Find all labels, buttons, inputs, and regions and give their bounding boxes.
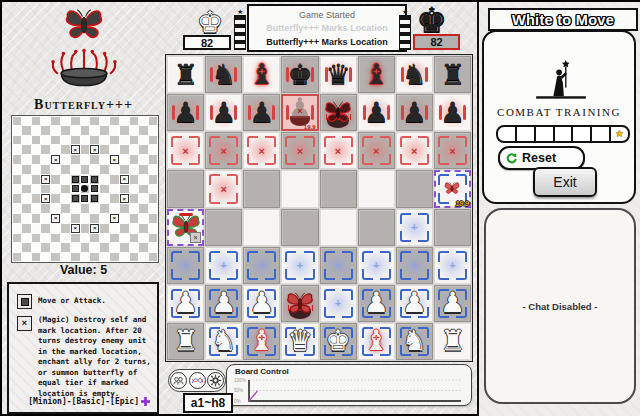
blue-bracket-corner bbox=[418, 231, 429, 242]
mini-cell bbox=[13, 185, 21, 193]
mini-cell bbox=[81, 234, 89, 242]
square-g2[interactable]: ♟ bbox=[396, 285, 433, 322]
square-c4[interactable] bbox=[243, 209, 280, 246]
square-e6[interactable]: × bbox=[320, 132, 357, 169]
square-h4[interactable] bbox=[434, 209, 471, 246]
mini-cell bbox=[130, 204, 138, 212]
mini-cell bbox=[41, 136, 50, 144]
square-g6[interactable]: × bbox=[396, 132, 433, 169]
mini-cell bbox=[139, 155, 147, 164]
blue-bracket-corner bbox=[304, 269, 315, 280]
square-e2[interactable]: + bbox=[320, 285, 357, 322]
mini-cell bbox=[90, 253, 99, 261]
mini-cell bbox=[51, 117, 60, 125]
square-c6[interactable]: × bbox=[243, 132, 280, 169]
square-b5[interactable]: × bbox=[205, 170, 242, 207]
chat-panel: - Chat Disabled - bbox=[484, 208, 636, 404]
mini-cell bbox=[22, 243, 30, 251]
square-a1[interactable]: ♜ bbox=[167, 323, 204, 360]
blue-bracket-corner bbox=[362, 251, 373, 262]
square-a2[interactable]: ♟ bbox=[167, 285, 204, 322]
mini-cell bbox=[51, 234, 60, 242]
square-e3[interactable]: + bbox=[320, 247, 357, 284]
mini-cell bbox=[81, 155, 89, 164]
mini-cell bbox=[120, 155, 129, 164]
white-clock-king-icon: ♚ bbox=[197, 8, 223, 37]
blue-bracket-corner bbox=[265, 251, 276, 262]
mini-cell bbox=[110, 117, 119, 125]
mini-cell: × bbox=[110, 214, 119, 223]
mini-cell bbox=[149, 126, 157, 134]
white-pawn: ♟ bbox=[358, 285, 395, 322]
mini-cell bbox=[32, 136, 40, 144]
red-bracket-corner bbox=[362, 136, 373, 147]
blue-bracket-corner bbox=[362, 269, 373, 280]
mini-cell bbox=[149, 145, 157, 154]
ally-coverage-plus: + bbox=[281, 247, 318, 284]
board-toolbar bbox=[168, 369, 226, 392]
square-f1[interactable]: ♝ bbox=[358, 323, 395, 360]
square-c3[interactable]: + bbox=[243, 247, 280, 284]
black-army-tower bbox=[399, 15, 411, 50]
mini-cell bbox=[90, 117, 99, 125]
gear-icon bbox=[209, 374, 222, 387]
mini-cell bbox=[22, 165, 30, 173]
mini-cell bbox=[41, 234, 50, 242]
square-h7[interactable]: ♟ bbox=[434, 94, 471, 131]
mini-cell bbox=[120, 117, 129, 125]
mini-cell bbox=[61, 253, 69, 261]
square-b2[interactable]: ♟ bbox=[205, 285, 242, 322]
mini-cell: × bbox=[51, 214, 60, 223]
square-f8[interactable]: ♝ bbox=[358, 56, 395, 93]
white-butterfly-piece bbox=[285, 290, 315, 316]
mini-cell bbox=[51, 185, 60, 193]
mini-cell bbox=[51, 136, 60, 144]
mini-cell bbox=[139, 175, 147, 184]
mini-cell: × bbox=[120, 175, 129, 184]
defend-bar bbox=[463, 105, 466, 120]
tier-line: [Minion]-[Basic]-[Epic] bbox=[28, 397, 150, 406]
blue-bracket-corner bbox=[400, 231, 411, 242]
mini-cell bbox=[110, 243, 119, 251]
chat-disabled-label: - Chat Disabled - bbox=[523, 301, 598, 312]
blue-bracket-corner bbox=[438, 269, 449, 280]
mini-cell bbox=[149, 117, 157, 125]
mini-cell bbox=[81, 185, 89, 193]
red-bracket-corner bbox=[227, 136, 238, 147]
square-a5[interactable] bbox=[167, 170, 204, 207]
mini-cell bbox=[81, 243, 89, 251]
mini-cell: × bbox=[110, 155, 119, 164]
mini-cell bbox=[110, 224, 119, 233]
settings-button[interactable] bbox=[207, 372, 224, 389]
players-button[interactable] bbox=[170, 372, 187, 389]
defend-bar bbox=[401, 105, 404, 120]
blue-bracket-corner bbox=[438, 251, 449, 262]
mini-cell bbox=[22, 185, 30, 193]
red-bracket-corner bbox=[227, 193, 238, 204]
mini-cell bbox=[13, 175, 21, 184]
mini-cell bbox=[13, 204, 21, 212]
red-bracket-corner bbox=[400, 154, 411, 165]
mini-cell bbox=[22, 126, 30, 134]
mini-cell bbox=[22, 234, 30, 242]
mini-cell bbox=[32, 117, 40, 125]
mini-cell bbox=[13, 145, 21, 154]
black-clock-king-icon: ♚ bbox=[416, 3, 447, 38]
square-d3[interactable]: + bbox=[281, 247, 318, 284]
square-g4[interactable]: + bbox=[396, 209, 433, 246]
mini-cell bbox=[71, 165, 80, 173]
square-f5[interactable] bbox=[358, 170, 395, 207]
mini-cell bbox=[51, 126, 60, 134]
mini-cell bbox=[90, 136, 99, 144]
blue-bracket-corner bbox=[247, 251, 258, 262]
mini-cell bbox=[71, 117, 80, 125]
mini-cell bbox=[139, 185, 147, 193]
mini-cell bbox=[149, 194, 157, 203]
mini-cell bbox=[110, 126, 119, 134]
white-pawn: ♟ bbox=[167, 285, 204, 322]
mini-cell bbox=[130, 253, 138, 261]
blue-bracket-corner bbox=[342, 269, 353, 280]
mini-cell: × bbox=[41, 194, 50, 203]
mini-cell bbox=[100, 145, 108, 154]
square-f6[interactable]: × bbox=[358, 132, 395, 169]
butterfly-portrait-icon bbox=[57, 6, 111, 42]
progress-cell bbox=[517, 127, 536, 141]
square-a4[interactable]: × bbox=[167, 209, 204, 246]
square-f4[interactable] bbox=[358, 209, 395, 246]
mini-cell bbox=[149, 136, 157, 144]
mini-cell bbox=[81, 224, 89, 233]
square-d8[interactable]: ♚ bbox=[281, 56, 318, 93]
square-c1[interactable]: ♝ bbox=[243, 323, 280, 360]
square-h6[interactable]: × bbox=[434, 132, 471, 169]
mini-cell bbox=[139, 136, 147, 144]
mini-cell: × bbox=[41, 175, 50, 184]
white-fire-piece: ♝ bbox=[358, 323, 395, 360]
mini-cell bbox=[139, 165, 147, 173]
black-tower-star-icon: ★ bbox=[402, 8, 408, 15]
move-legend-text: Move or Attack. bbox=[38, 296, 156, 307]
white-butterfly-piece bbox=[444, 181, 461, 195]
mini-cell bbox=[61, 145, 69, 154]
mini-cell bbox=[149, 214, 157, 223]
square-e5[interactable] bbox=[320, 170, 357, 207]
defend-bar bbox=[425, 105, 428, 120]
ally-coverage-plus: + bbox=[320, 247, 357, 284]
red-bracket-corner bbox=[324, 154, 335, 165]
mini-cell bbox=[110, 175, 119, 184]
mini-cell: × bbox=[120, 194, 129, 203]
ally-coverage-plus: + bbox=[396, 209, 433, 246]
mini-cell bbox=[90, 204, 99, 212]
red-bracket-corner bbox=[247, 136, 258, 147]
blue-bracket-corner bbox=[456, 251, 467, 262]
mini-cell bbox=[61, 194, 69, 203]
blue-bracket-corner bbox=[285, 269, 296, 280]
square-a3[interactable]: + bbox=[167, 247, 204, 284]
progress-cell bbox=[555, 127, 574, 141]
mini-cell bbox=[51, 165, 60, 173]
square-d7[interactable]: ×19.9♟ bbox=[281, 94, 318, 131]
defend-bar bbox=[401, 67, 404, 82]
white-pawn: ♟ bbox=[243, 285, 280, 322]
blue-bracket-corner bbox=[189, 269, 200, 280]
square-d5[interactable] bbox=[281, 170, 318, 207]
mini-cell bbox=[120, 224, 129, 233]
square-e1[interactable]: ♚ bbox=[320, 323, 357, 360]
mini-cell bbox=[81, 253, 89, 261]
mini-cell bbox=[120, 165, 129, 173]
mark-countdown: 19.9 bbox=[455, 200, 469, 207]
square-e7[interactable] bbox=[320, 94, 357, 131]
mini-cell bbox=[120, 126, 129, 134]
mini-cell bbox=[71, 253, 80, 261]
mini-cell bbox=[139, 234, 147, 242]
ally-coverage-plus: + bbox=[396, 247, 433, 284]
mini-cell bbox=[13, 214, 21, 223]
square-c5[interactable] bbox=[243, 170, 280, 207]
log-line: Butterfly+++ Marks Location bbox=[249, 37, 405, 47]
mini-cell bbox=[120, 145, 129, 154]
mini-cell bbox=[41, 165, 50, 173]
square-f2[interactable]: ♟ bbox=[358, 285, 395, 322]
blue-bracket-corner bbox=[324, 251, 335, 262]
training-progress-bar: ★ bbox=[496, 125, 630, 143]
red-bracket-corner bbox=[171, 154, 182, 165]
mini-cell bbox=[32, 204, 40, 212]
mini-cell bbox=[130, 214, 138, 223]
red-bracket-corner bbox=[227, 174, 238, 185]
square-d6[interactable]: × bbox=[281, 132, 318, 169]
blue-bracket-corner bbox=[456, 269, 467, 280]
square-c8[interactable]: ♝ bbox=[243, 56, 280, 93]
blue-bracket-corner bbox=[400, 251, 411, 262]
red-bracket-corner bbox=[418, 136, 429, 147]
square-g7[interactable]: ♟ bbox=[396, 94, 433, 131]
mini-cell bbox=[22, 175, 30, 184]
mini-cell bbox=[32, 126, 40, 134]
mini-cell bbox=[32, 165, 40, 173]
mini-cell bbox=[71, 194, 80, 203]
log-line: Butterfly+++ Marks Location bbox=[249, 23, 405, 33]
ally-coverage-plus: + bbox=[243, 247, 280, 284]
mini-cell bbox=[13, 224, 21, 233]
mini-cell bbox=[100, 234, 108, 242]
white-queen: ♛ bbox=[281, 323, 318, 360]
defend-bar bbox=[234, 67, 237, 82]
star-icon: ★ bbox=[615, 129, 624, 139]
white-pawn: ♟ bbox=[205, 285, 242, 322]
red-bracket-corner bbox=[380, 136, 391, 147]
mini-cell bbox=[100, 253, 108, 261]
white-knight: ♞ bbox=[205, 323, 242, 360]
mini-cell bbox=[81, 145, 89, 154]
mini-cell bbox=[13, 243, 21, 251]
square-b6[interactable]: × bbox=[205, 132, 242, 169]
white-knight: ♞ bbox=[396, 323, 433, 360]
blue-bracket-corner bbox=[209, 251, 220, 262]
square-h5[interactable]: 19.9 bbox=[434, 170, 471, 207]
mini-cell bbox=[32, 145, 40, 154]
square-g1[interactable]: ♞ bbox=[396, 323, 433, 360]
square-a7[interactable]: ♟ bbox=[167, 94, 204, 131]
combat-training-panel: COMBAT TRAINING ★ Reset Exit bbox=[482, 30, 636, 204]
mini-cell bbox=[139, 117, 147, 125]
blue-bracket-corner bbox=[418, 251, 429, 262]
mini-cell bbox=[81, 165, 89, 173]
red-bracket-corner bbox=[342, 136, 353, 147]
enemy-coverage-x: × bbox=[205, 132, 242, 169]
defend-bar bbox=[248, 105, 251, 120]
mini-cell bbox=[130, 126, 138, 134]
square-b4[interactable] bbox=[205, 209, 242, 246]
mini-cell bbox=[81, 117, 89, 125]
square-e4[interactable] bbox=[320, 209, 357, 246]
mini-cell bbox=[110, 253, 119, 261]
enemy-coverage-x: × bbox=[434, 132, 471, 169]
mini-cell bbox=[71, 136, 80, 144]
mini-cell bbox=[139, 145, 147, 154]
enemy-coverage-x: × bbox=[281, 132, 318, 169]
svg-text:100%: 100% bbox=[234, 378, 246, 383]
square-b1[interactable]: ♞ bbox=[205, 323, 242, 360]
mini-cell bbox=[120, 234, 129, 242]
mini-cell bbox=[61, 204, 69, 212]
mini-cell bbox=[22, 136, 30, 144]
blue-bracket-corner bbox=[342, 307, 353, 318]
square-a6[interactable]: × bbox=[167, 132, 204, 169]
mini-cell bbox=[51, 243, 60, 251]
black-butterfly-piece bbox=[323, 99, 353, 125]
ally-coverage-plus: + bbox=[320, 285, 357, 322]
mini-cell bbox=[61, 165, 69, 173]
square-b7[interactable]: ♟ bbox=[205, 94, 242, 131]
blue-bracket-corner bbox=[324, 269, 335, 280]
red-bracket-corner bbox=[189, 136, 200, 147]
mini-cell bbox=[90, 175, 99, 184]
red-bracket-corner bbox=[189, 154, 200, 165]
magic-marker-icon: × bbox=[17, 316, 32, 331]
square-c7[interactable]: ♟ bbox=[243, 94, 280, 131]
turn-indicator: White to Move bbox=[488, 8, 638, 31]
players-icon bbox=[172, 374, 185, 387]
board-control-title: Board Control bbox=[235, 367, 289, 376]
mini-cell bbox=[13, 194, 21, 203]
square-h2[interactable]: ♟ bbox=[434, 285, 471, 322]
ally-coverage-plus: + bbox=[205, 247, 242, 284]
white-pawn: ♟ bbox=[396, 285, 433, 322]
square-h8[interactable]: ♜ bbox=[434, 56, 471, 93]
active-mark-mini-icon: × bbox=[190, 232, 201, 243]
mini-cell bbox=[81, 194, 89, 203]
blue-bracket-corner bbox=[400, 269, 411, 280]
mini-cell bbox=[22, 224, 30, 233]
blue-bracket-corner bbox=[227, 269, 238, 280]
mini-cell bbox=[110, 185, 119, 193]
red-bracket-corner bbox=[171, 136, 182, 147]
exit-button[interactable]: Exit bbox=[533, 167, 597, 197]
piece-name-label: Butterfly+++ bbox=[2, 97, 165, 113]
statue-icon bbox=[533, 58, 589, 102]
mini-cell bbox=[130, 185, 138, 193]
mini-cell bbox=[110, 234, 119, 242]
square-d1[interactable]: ♛ bbox=[281, 323, 318, 360]
mini-cell bbox=[130, 155, 138, 164]
square-c2[interactable]: ♟ bbox=[243, 285, 280, 322]
blue-bracket-corner bbox=[418, 269, 429, 280]
mini-cell bbox=[61, 175, 69, 184]
mini-cell bbox=[41, 224, 50, 233]
square-g8[interactable]: ♞ bbox=[396, 56, 433, 93]
red-bracket-corner bbox=[362, 154, 373, 165]
mini-cell bbox=[51, 145, 60, 154]
mini-cell bbox=[139, 214, 147, 223]
square-f7[interactable]: ♟ bbox=[358, 94, 395, 131]
reset-icon bbox=[505, 152, 518, 165]
mini-cell bbox=[41, 243, 50, 251]
mini-cell bbox=[100, 136, 108, 144]
mini-cell: × bbox=[51, 155, 60, 164]
chart-series-white-control bbox=[249, 391, 257, 401]
defend-bar bbox=[349, 67, 352, 82]
square-e8[interactable]: ♛ bbox=[320, 56, 357, 93]
mini-cell bbox=[41, 145, 50, 154]
square-b8[interactable]: ♞ bbox=[205, 56, 242, 93]
blue-bracket-corner bbox=[400, 213, 411, 224]
mini-cell bbox=[61, 224, 69, 233]
defend-bar bbox=[196, 105, 199, 120]
mini-cell bbox=[41, 214, 50, 223]
mini-cell bbox=[90, 185, 99, 193]
mini-cell bbox=[22, 214, 30, 223]
board-control-chart: 100%50%0% bbox=[233, 377, 465, 405]
square-h1[interactable]: ♜ bbox=[434, 323, 471, 360]
mini-cell: × bbox=[71, 145, 80, 154]
square-f3[interactable]: + bbox=[358, 247, 395, 284]
red-bracket-corner bbox=[227, 154, 238, 165]
graph-button[interactable] bbox=[189, 372, 206, 389]
movement-diagram: ×××××××××××× bbox=[11, 115, 159, 263]
red-bracket-corner bbox=[285, 154, 296, 165]
enemy-coverage-x: × bbox=[243, 132, 280, 169]
mini-cell: × bbox=[90, 224, 99, 233]
mini-cell bbox=[32, 243, 40, 251]
mini-cell bbox=[100, 214, 108, 223]
tier-plus-icon bbox=[141, 397, 150, 406]
red-bracket-corner bbox=[380, 154, 391, 165]
square-b3[interactable]: + bbox=[205, 247, 242, 284]
square-a8[interactable]: ♜ bbox=[167, 56, 204, 93]
blue-bracket-corner bbox=[247, 269, 258, 280]
red-bracket-corner bbox=[456, 136, 467, 147]
square-h3[interactable]: + bbox=[434, 247, 471, 284]
square-d2[interactable] bbox=[281, 285, 318, 322]
white-rook: ♜ bbox=[167, 323, 204, 360]
mini-cell bbox=[51, 194, 60, 203]
square-g5[interactable] bbox=[396, 170, 433, 207]
mini-cell bbox=[130, 145, 138, 154]
square-g3[interactable]: + bbox=[396, 247, 433, 284]
mini-cell bbox=[22, 194, 30, 203]
enemy-coverage-x: × bbox=[358, 132, 395, 169]
mini-cell bbox=[130, 224, 138, 233]
mini-cell bbox=[71, 204, 80, 212]
square-d4[interactable] bbox=[281, 209, 318, 246]
